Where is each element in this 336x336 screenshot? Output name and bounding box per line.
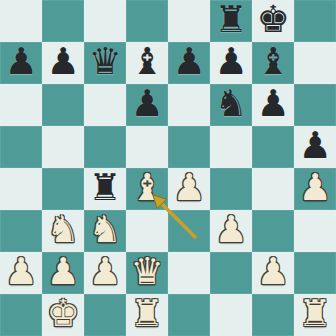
square-d2[interactable]: ♛ <box>126 252 168 294</box>
black-pawn[interactable]: ♟ <box>256 83 289 125</box>
square-f6[interactable]: ♞ <box>210 84 252 126</box>
black-pawn[interactable]: ♟ <box>130 83 163 125</box>
white-pawn[interactable]: ♟ <box>214 209 247 251</box>
white-pawn[interactable]: ♟ <box>172 167 205 209</box>
square-h6[interactable] <box>294 84 336 126</box>
square-b8[interactable] <box>42 0 84 42</box>
square-d7[interactable]: ♝ <box>126 42 168 84</box>
square-a8[interactable] <box>0 0 42 42</box>
square-e3[interactable] <box>168 210 210 252</box>
black-pawn[interactable]: ♟ <box>172 41 205 83</box>
black-bishop[interactable]: ♝ <box>130 41 163 83</box>
white-pawn[interactable]: ♟ <box>298 167 331 209</box>
square-f4[interactable] <box>210 168 252 210</box>
white-knight[interactable]: ♞ <box>46 209 79 251</box>
square-c8[interactable] <box>84 0 126 42</box>
square-g3[interactable] <box>252 210 294 252</box>
square-e1[interactable] <box>168 294 210 336</box>
square-g2[interactable]: ♟ <box>252 252 294 294</box>
square-h5[interactable]: ♟ <box>294 126 336 168</box>
square-f3[interactable]: ♟ <box>210 210 252 252</box>
square-g7[interactable]: ♝ <box>252 42 294 84</box>
square-d8[interactable] <box>126 0 168 42</box>
square-e2[interactable] <box>168 252 210 294</box>
square-b1[interactable]: ♚ <box>42 294 84 336</box>
white-pawn[interactable]: ♟ <box>46 251 79 293</box>
square-c4[interactable]: ♜ <box>84 168 126 210</box>
square-h3[interactable] <box>294 210 336 252</box>
square-g6[interactable]: ♟ <box>252 84 294 126</box>
square-g8[interactable]: ♚ <box>252 0 294 42</box>
square-d6[interactable]: ♟ <box>126 84 168 126</box>
square-f1[interactable] <box>210 294 252 336</box>
square-h1[interactable]: ♜ <box>294 294 336 336</box>
square-c3[interactable]: ♞ <box>84 210 126 252</box>
square-a5[interactable] <box>0 126 42 168</box>
square-h4[interactable]: ♟ <box>294 168 336 210</box>
square-g1[interactable] <box>252 294 294 336</box>
square-e7[interactable]: ♟ <box>168 42 210 84</box>
chess-board: ♜♚♟♟♛♝♟♟♝♟♞♟♟♜♝♟♟♞♞♟♟♟♟♛♟♚♜♜ <box>0 0 336 336</box>
square-c7[interactable]: ♛ <box>84 42 126 84</box>
square-c6[interactable] <box>84 84 126 126</box>
square-d1[interactable]: ♜ <box>126 294 168 336</box>
white-rook[interactable]: ♜ <box>130 293 163 335</box>
square-b3[interactable]: ♞ <box>42 210 84 252</box>
black-pawn[interactable]: ♟ <box>214 41 247 83</box>
square-g5[interactable] <box>252 126 294 168</box>
black-bishop[interactable]: ♝ <box>256 41 289 83</box>
square-f7[interactable]: ♟ <box>210 42 252 84</box>
white-king[interactable]: ♚ <box>46 293 79 335</box>
square-b6[interactable] <box>42 84 84 126</box>
square-d5[interactable] <box>126 126 168 168</box>
chess-board-wrapper: ♜♚♟♟♛♝♟♟♝♟♞♟♟♜♝♟♟♞♞♟♟♟♟♛♟♚♜♜ <box>0 0 336 336</box>
white-knight[interactable]: ♞ <box>88 209 121 251</box>
black-pawn[interactable]: ♟ <box>298 125 331 167</box>
square-h7[interactable] <box>294 42 336 84</box>
square-f5[interactable] <box>210 126 252 168</box>
square-b5[interactable] <box>42 126 84 168</box>
square-e4[interactable]: ♟ <box>168 168 210 210</box>
square-a4[interactable] <box>0 168 42 210</box>
square-h2[interactable] <box>294 252 336 294</box>
white-pawn[interactable]: ♟ <box>256 251 289 293</box>
white-pawn[interactable]: ♟ <box>4 251 37 293</box>
black-rook[interactable]: ♜ <box>214 0 247 41</box>
square-g4[interactable] <box>252 168 294 210</box>
square-b4[interactable] <box>42 168 84 210</box>
square-e8[interactable] <box>168 0 210 42</box>
white-rook[interactable]: ♜ <box>298 293 331 335</box>
white-bishop[interactable]: ♝ <box>130 167 163 209</box>
square-a7[interactable]: ♟ <box>0 42 42 84</box>
square-f2[interactable] <box>210 252 252 294</box>
black-knight[interactable]: ♞ <box>214 83 247 125</box>
square-b2[interactable]: ♟ <box>42 252 84 294</box>
square-a1[interactable] <box>0 294 42 336</box>
black-rook[interactable]: ♜ <box>88 167 121 209</box>
square-c2[interactable]: ♟ <box>84 252 126 294</box>
square-a6[interactable] <box>0 84 42 126</box>
black-pawn[interactable]: ♟ <box>46 41 79 83</box>
square-d3[interactable] <box>126 210 168 252</box>
square-c1[interactable] <box>84 294 126 336</box>
black-king[interactable]: ♚ <box>256 0 289 41</box>
white-queen[interactable]: ♛ <box>130 251 163 293</box>
square-e6[interactable] <box>168 84 210 126</box>
square-c5[interactable] <box>84 126 126 168</box>
square-b7[interactable]: ♟ <box>42 42 84 84</box>
square-e5[interactable] <box>168 126 210 168</box>
square-h8[interactable] <box>294 0 336 42</box>
square-a3[interactable] <box>0 210 42 252</box>
white-pawn[interactable]: ♟ <box>88 251 121 293</box>
square-f8[interactable]: ♜ <box>210 0 252 42</box>
square-a2[interactable]: ♟ <box>0 252 42 294</box>
black-pawn[interactable]: ♟ <box>4 41 37 83</box>
square-d4[interactable]: ♝ <box>126 168 168 210</box>
black-queen[interactable]: ♛ <box>88 41 121 83</box>
